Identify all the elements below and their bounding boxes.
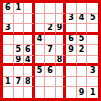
cell-r7c2[interactable] — [14, 66, 25, 77]
given-digit: 7 — [16, 78, 22, 86]
cell-r7c1[interactable] — [3, 66, 14, 77]
given-digit: 3 — [68, 14, 74, 22]
cell-r4c9[interactable] — [87, 35, 98, 46]
cell-r9c5[interactable] — [45, 87, 56, 98]
cell-r8c4[interactable] — [35, 77, 46, 88]
cell-r5c2[interactable]: 5 — [14, 45, 25, 56]
given-digit: 9 — [68, 46, 74, 54]
cell-r9c6[interactable] — [56, 87, 67, 98]
cell-r7c7[interactable] — [66, 66, 77, 77]
given-digit: 8 — [57, 56, 63, 64]
cell-r1c5[interactable] — [45, 3, 56, 14]
cell-r2c2[interactable] — [14, 14, 25, 25]
cell-r3c1[interactable]: 3 — [3, 24, 14, 35]
cell-r5c3[interactable]: 6 — [24, 45, 35, 56]
cell-r4c4[interactable]: 4 — [35, 35, 46, 46]
cell-r5c6[interactable] — [56, 45, 67, 56]
cell-r8c2[interactable]: 7 — [14, 77, 25, 88]
cell-r7c3[interactable] — [24, 66, 35, 77]
cell-r3c2[interactable] — [14, 24, 25, 35]
cell-r7c8[interactable] — [77, 66, 88, 77]
given-digit: 9 — [16, 56, 22, 64]
cell-r4c7[interactable]: 6 — [66, 35, 77, 46]
cell-r4c2[interactable] — [14, 35, 25, 46]
cell-r9c7[interactable] — [66, 87, 77, 98]
given-digit: 5 — [90, 14, 96, 22]
given-digit: 3 — [90, 67, 96, 75]
given-digit: 9 — [79, 89, 85, 97]
cell-r2c4[interactable] — [35, 14, 46, 25]
cell-r6c8[interactable] — [77, 56, 88, 67]
cell-r6c9[interactable] — [87, 56, 98, 67]
cell-r1c6[interactable] — [56, 3, 67, 14]
cell-r9c4[interactable] — [35, 87, 46, 98]
cell-r9c9[interactable]: 1 — [87, 87, 98, 98]
given-digit: 3 — [5, 24, 11, 32]
cell-r4c5[interactable] — [45, 35, 56, 46]
given-digit: 5 — [16, 46, 22, 54]
cell-r6c6[interactable]: 8 — [56, 56, 67, 67]
given-digit: 8 — [25, 78, 31, 86]
cell-r7c4[interactable]: 5 — [35, 66, 46, 77]
cell-r8c7[interactable] — [66, 77, 77, 88]
given-digit: 1 — [5, 78, 11, 86]
given-digit: 4 — [37, 35, 43, 43]
cell-r9c8[interactable]: 9 — [77, 87, 88, 98]
cell-r6c5[interactable] — [45, 56, 56, 67]
cell-r5c9[interactable] — [87, 45, 98, 56]
cell-r9c3[interactable] — [24, 87, 35, 98]
given-digit: 5 — [79, 35, 85, 43]
cell-r1c3[interactable] — [24, 3, 35, 14]
cell-r1c1[interactable]: 6 — [3, 3, 14, 14]
cell-r8c1[interactable]: 1 — [3, 77, 14, 88]
cell-r3c9[interactable] — [87, 24, 98, 35]
given-digit: 6 — [47, 67, 53, 75]
given-digit: 6 — [5, 4, 11, 12]
cell-r7c5[interactable]: 6 — [45, 66, 56, 77]
cell-r6c4[interactable] — [35, 56, 46, 67]
cell-r4c6[interactable] — [56, 35, 67, 46]
cell-r8c5[interactable] — [45, 77, 56, 88]
given-digit: 1 — [90, 89, 96, 97]
cell-r2c3[interactable] — [24, 14, 35, 25]
cell-r2c7[interactable]: 3 — [66, 14, 77, 25]
cell-r5c7[interactable]: 9 — [66, 45, 77, 56]
cell-r1c2[interactable]: 1 — [14, 3, 25, 14]
cell-r3c3[interactable] — [24, 24, 35, 35]
cell-r7c6[interactable] — [56, 66, 67, 77]
cell-r4c8[interactable]: 5 — [77, 35, 88, 46]
cell-r6c1[interactable] — [3, 56, 14, 67]
cell-r6c3[interactable]: 4 — [24, 56, 35, 67]
given-digit: 2 — [47, 24, 53, 32]
cell-r6c2[interactable]: 9 — [14, 56, 25, 67]
cell-r2c5[interactable] — [45, 14, 56, 25]
given-digit: 1 — [16, 4, 22, 12]
cell-r3c4[interactable] — [35, 24, 46, 35]
cell-r3c8[interactable] — [77, 24, 88, 35]
given-digit: 4 — [25, 56, 31, 64]
given-digit: 2 — [79, 46, 85, 54]
given-digit: 5 — [37, 67, 43, 75]
cell-r8c6[interactable] — [56, 77, 67, 88]
cell-r5c4[interactable] — [35, 45, 46, 56]
cell-r1c8[interactable] — [77, 3, 88, 14]
given-digit: 7 — [47, 46, 53, 54]
cell-r3c6[interactable]: 9 — [56, 24, 67, 35]
cell-r2c9[interactable]: 5 — [87, 14, 98, 25]
cell-r5c8[interactable]: 2 — [77, 45, 88, 56]
cell-r9c2[interactable] — [14, 87, 25, 98]
given-digit: 9 — [57, 24, 63, 32]
cell-r1c9[interactable] — [87, 3, 98, 14]
cell-r9c1[interactable] — [3, 87, 14, 98]
cell-r2c6[interactable] — [56, 14, 67, 25]
cell-r3c5[interactable]: 2 — [45, 24, 56, 35]
given-digit: 4 — [79, 14, 85, 22]
cell-r4c3[interactable] — [24, 35, 35, 46]
given-digit: 6 — [25, 46, 31, 54]
cell-r1c7[interactable] — [66, 3, 77, 14]
cell-r3c7[interactable] — [66, 24, 77, 35]
cell-r6c7[interactable] — [66, 56, 77, 67]
cell-r7c9[interactable]: 3 — [87, 66, 98, 77]
cell-r8c9[interactable] — [87, 77, 98, 88]
cell-r8c3[interactable]: 8 — [24, 77, 35, 88]
cell-r5c5[interactable]: 7 — [45, 45, 56, 56]
cell-r1c4[interactable] — [35, 3, 46, 14]
cell-r2c1[interactable] — [3, 14, 14, 25]
cell-r4c1[interactable] — [3, 35, 14, 46]
cell-r2c8[interactable]: 4 — [77, 14, 88, 25]
cell-r5c1[interactable] — [3, 45, 14, 56]
sudoku-board: 613453294655679294856317891 — [0, 0, 101, 101]
given-digit: 6 — [68, 35, 74, 43]
cell-r8c8[interactable] — [77, 77, 88, 88]
